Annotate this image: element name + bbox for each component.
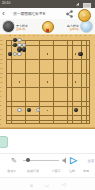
row-label: 11 bbox=[0, 76, 3, 78]
col-label: D bbox=[18, 34, 20, 36]
share-icon[interactable] bbox=[66, 10, 73, 18]
row-label: 12 bbox=[0, 72, 3, 74]
white-stone bbox=[17, 38, 21, 42]
nav-home-icon[interactable]: □ bbox=[45, 182, 48, 187]
android-nav-bar: ≡□◁ bbox=[0, 177, 95, 190]
black-stone bbox=[13, 43, 17, 47]
col-label: R bbox=[79, 34, 81, 36]
col-label: J bbox=[42, 34, 44, 36]
row-label: 18 bbox=[0, 43, 3, 45]
menu-item-2[interactable]: 快速打谱 bbox=[27, 169, 39, 174]
nav-menu-icon[interactable]: ≡ bbox=[30, 182, 33, 187]
white-player-info: 白方棋手 业余3段 bbox=[53, 23, 80, 31]
row-label: 19 bbox=[0, 39, 3, 41]
black-player-info: 黑方棋手 业余2段 bbox=[15, 23, 42, 31]
battery-icon bbox=[83, 3, 91, 8]
black-player-rank: 业余2段 bbox=[16, 28, 27, 30]
playback-toolbar: ✎ ▷ 全谱 bbox=[0, 153, 95, 167]
col-label: L bbox=[51, 34, 53, 36]
medal-icon[interactable] bbox=[78, 9, 91, 22]
floating-tag[interactable] bbox=[0, 136, 8, 148]
row-label: 9 bbox=[0, 86, 3, 88]
nav-back-icon[interactable]: ◁ bbox=[61, 182, 65, 188]
menu-item-3[interactable]: 小窗口 bbox=[51, 169, 60, 174]
white-player-name: 白方棋手 bbox=[67, 24, 80, 26]
row-label: 6 bbox=[0, 100, 3, 102]
row-label: 1 bbox=[0, 123, 3, 125]
col-label: T bbox=[89, 34, 91, 36]
tournament-emblem bbox=[42, 21, 53, 33]
black-player-avatar[interactable] bbox=[2, 20, 15, 33]
col-label: G bbox=[32, 34, 34, 36]
col-label: K bbox=[46, 34, 48, 36]
black-player-name: 黑方棋手 bbox=[16, 24, 29, 26]
clock: 20:10 bbox=[2, 1, 10, 4]
col-label: M bbox=[56, 34, 58, 36]
row-label: 10 bbox=[0, 81, 3, 83]
row-label: 13 bbox=[0, 67, 3, 69]
status-bar: 20:10 bbox=[0, 0, 95, 8]
col-label: B bbox=[9, 34, 11, 36]
col-label: P bbox=[70, 34, 72, 36]
play-button[interactable]: ▷ bbox=[70, 155, 77, 166]
page-title: 第一届围棋汇杯手机围棋公开赛 bbox=[13, 12, 45, 18]
col-label: A bbox=[4, 34, 6, 36]
white-stone bbox=[17, 43, 21, 47]
white-stone bbox=[17, 108, 21, 112]
row-label: 16 bbox=[0, 53, 3, 55]
col-label: O bbox=[65, 34, 67, 36]
row-label: 5 bbox=[0, 104, 3, 106]
row-label: 14 bbox=[0, 62, 3, 64]
col-label: S bbox=[84, 34, 86, 36]
col-label: E bbox=[23, 34, 25, 36]
row-label: 8 bbox=[0, 90, 3, 92]
menu-item-1[interactable]: 自动 ▾ bbox=[7, 169, 15, 174]
menu-item-5[interactable]: 布局 bbox=[83, 169, 89, 174]
pencil-icon[interactable]: ✎ bbox=[11, 156, 17, 165]
go-board[interactable]: ABCDEFGHJKLMNOPQRST191817161514131211109… bbox=[0, 34, 95, 129]
row-label: 15 bbox=[0, 58, 3, 60]
toolbar-right-label[interactable]: 全谱 bbox=[87, 159, 94, 164]
row-label: 7 bbox=[0, 95, 3, 97]
col-label: H bbox=[37, 34, 39, 36]
row-label: 2 bbox=[0, 118, 3, 120]
speaker-muted-icon[interactable] bbox=[62, 157, 68, 164]
white-player-avatar[interactable] bbox=[80, 20, 93, 33]
col-label: Q bbox=[74, 34, 76, 36]
white-player-rank: 业余3段 bbox=[68, 28, 79, 30]
app-screen: 20:10 ‹ 第一届围棋汇杯手机围棋公开赛 黑方棋手 业余2段 白方棋手 业余… bbox=[0, 0, 95, 190]
black-stone bbox=[17, 47, 21, 51]
back-button[interactable]: ‹ bbox=[2, 9, 5, 19]
row-label: 17 bbox=[0, 48, 3, 50]
black-stone bbox=[22, 47, 26, 51]
trophy-ribbon bbox=[46, 29, 50, 32]
col-label: C bbox=[14, 34, 16, 36]
row-label: 4 bbox=[0, 109, 3, 111]
col-label: F bbox=[28, 34, 30, 36]
slider-knob[interactable] bbox=[26, 158, 30, 162]
row-label: 3 bbox=[0, 114, 3, 116]
white-stone bbox=[17, 52, 21, 56]
bottom-menu-row: 自动 ▾快速打谱小窗口注解布局 bbox=[0, 166, 95, 177]
wifi-icon bbox=[76, 3, 79, 6]
black-stone bbox=[78, 52, 82, 56]
col-label: N bbox=[60, 34, 62, 36]
menu-item-4[interactable]: 注解 bbox=[69, 169, 75, 174]
